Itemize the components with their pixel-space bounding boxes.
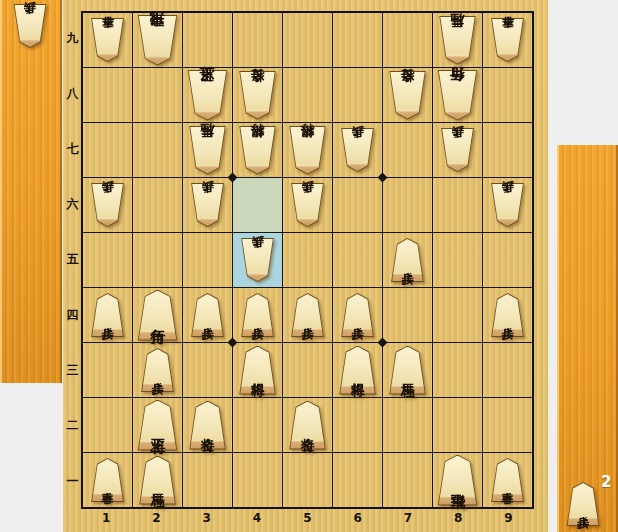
file-label-8: 8 [433, 510, 483, 526]
rank-label-八: 八 [63, 66, 82, 121]
piece-body [241, 238, 275, 282]
cell-3一[interactable] [183, 453, 232, 507]
piece-銀将[interactable]: 銀将 [239, 126, 277, 175]
piece-金将[interactable]: 金将 [389, 71, 427, 120]
cell-3七[interactable]: 桂馬 [183, 123, 232, 177]
board-grid[interactable]: 香車飛車桂馬香車玉将金将金将角行桂馬銀将銀将歩兵歩兵歩兵歩兵歩兵歩兵歩兵歩兵歩兵… [81, 11, 534, 509]
cell-2八[interactable] [133, 68, 182, 122]
cell-5八[interactable] [283, 68, 332, 122]
piece-歩兵[interactable]: 歩兵 [13, 4, 47, 48]
piece-歩兵[interactable]: 歩兵 [191, 293, 225, 337]
piece-body [91, 458, 125, 502]
cell-6七[interactable]: 歩兵 [333, 123, 382, 177]
cell-7九[interactable] [383, 13, 432, 67]
cell-6二[interactable] [333, 398, 382, 452]
piece-銀将[interactable]: 銀将 [289, 126, 327, 175]
piece-歩兵[interactable]: 歩兵 [566, 482, 600, 526]
shogi-board: 九八七六五四三二一 香車飛車桂馬香車玉将金将金将角行桂馬銀将銀将歩兵歩兵歩兵歩兵… [63, 0, 548, 532]
piece-body [13, 4, 47, 48]
file-label-1: 1 [81, 510, 131, 526]
cell-3三[interactable] [183, 343, 232, 397]
piece-body [341, 128, 375, 172]
rank-label-七: 七 [63, 122, 82, 177]
cell-2五[interactable] [133, 233, 182, 287]
rank-label-五: 五 [63, 232, 82, 287]
cell-5一[interactable] [283, 453, 332, 507]
cell-4一[interactable] [233, 453, 282, 507]
cell-7八[interactable]: 金将 [383, 68, 432, 122]
piece-香車[interactable]: 香車 [91, 18, 125, 62]
cell-4三[interactable]: 銀将 [233, 343, 282, 397]
cell-5三[interactable] [283, 343, 332, 397]
cell-7七[interactable] [383, 123, 432, 177]
piece-歩兵[interactable]: 歩兵 [491, 293, 525, 337]
cell-5九[interactable] [283, 13, 332, 67]
cell-9九[interactable]: 香車 [483, 13, 532, 67]
piece-body [141, 348, 175, 392]
piece-香車[interactable]: 香車 [491, 458, 525, 502]
piece-王将[interactable]: 王将 [137, 400, 178, 451]
cell-8七[interactable]: 歩兵 [433, 123, 482, 177]
piece-body [91, 183, 125, 227]
piece-桂馬[interactable]: 桂馬 [139, 456, 177, 505]
cell-1四[interactable]: 歩兵 [83, 288, 132, 342]
cell-7五[interactable]: 歩兵 [383, 233, 432, 287]
cell-8三[interactable] [433, 343, 482, 397]
cell-3四[interactable]: 歩兵 [183, 288, 232, 342]
cell-8六[interactable] [433, 178, 482, 232]
cell-5六[interactable]: 歩兵 [283, 178, 332, 232]
piece-body [491, 458, 525, 502]
cell-2七[interactable] [133, 123, 182, 177]
cell-9三[interactable] [483, 343, 532, 397]
cell-9六[interactable]: 歩兵 [483, 178, 532, 232]
piece-body [437, 455, 478, 506]
cell-6六[interactable] [333, 178, 382, 232]
piece-歩兵[interactable]: 歩兵 [191, 183, 225, 227]
cell-3六[interactable]: 歩兵 [183, 178, 232, 232]
cell-5五[interactable] [283, 233, 332, 287]
cell-1九[interactable]: 香車 [83, 13, 132, 67]
cell-5二[interactable]: 金将 [283, 398, 332, 452]
cell-9四[interactable]: 歩兵 [483, 288, 532, 342]
cell-3五[interactable] [183, 233, 232, 287]
cell-1六[interactable]: 歩兵 [83, 178, 132, 232]
cell-9五[interactable] [483, 233, 532, 287]
rank-label-三: 三 [63, 343, 82, 398]
piece-body [391, 238, 425, 282]
piece-body [389, 346, 427, 395]
cell-8五[interactable] [433, 233, 482, 287]
piece-body [91, 18, 125, 62]
piece-角行[interactable]: 角行 [137, 290, 178, 341]
cell-6九[interactable] [333, 13, 382, 67]
cell-4六[interactable] [233, 178, 282, 232]
piece-body [137, 290, 178, 341]
piece-金将[interactable]: 金将 [189, 401, 227, 450]
cell-8九[interactable]: 桂馬 [433, 13, 482, 67]
file-label-4: 4 [232, 510, 282, 526]
cell-5四[interactable]: 歩兵 [283, 288, 332, 342]
piece-歩兵[interactable]: 歩兵 [491, 183, 525, 227]
cell-2一[interactable]: 桂馬 [133, 453, 182, 507]
piece-body [341, 293, 375, 337]
rank-label-六: 六 [63, 177, 82, 232]
cell-6八[interactable] [333, 68, 382, 122]
cell-5七[interactable]: 銀将 [283, 123, 332, 177]
cell-1三[interactable] [83, 343, 132, 397]
piece-body [339, 346, 377, 395]
piece-body [189, 401, 227, 450]
cell-1二[interactable] [83, 398, 132, 452]
piece-body [291, 293, 325, 337]
cell-4七[interactable]: 銀将 [233, 123, 282, 177]
cell-9七[interactable] [483, 123, 532, 177]
cell-1一[interactable]: 香車 [83, 453, 132, 507]
cell-6三[interactable]: 銀将 [333, 343, 382, 397]
cell-6一[interactable] [333, 453, 382, 507]
cell-1五[interactable] [83, 233, 132, 287]
file-label-6: 6 [332, 510, 382, 526]
cell-8四[interactable] [433, 288, 482, 342]
piece-歩兵[interactable]: 歩兵 [291, 183, 325, 227]
cell-7三[interactable]: 桂馬 [383, 343, 432, 397]
file-label-2: 2 [131, 510, 181, 526]
piece-歩兵[interactable]: 歩兵 [341, 128, 375, 172]
cell-3八[interactable]: 玉将 [183, 68, 232, 122]
cell-2九[interactable]: 飛車 [133, 13, 182, 67]
rank-label-九: 九 [63, 11, 82, 66]
piece-歩兵[interactable]: 歩兵 [291, 293, 325, 337]
piece-body [566, 482, 600, 526]
cell-3九[interactable] [183, 13, 232, 67]
piece-角行[interactable]: 角行 [437, 70, 478, 121]
hand-count-label: 2 [601, 473, 611, 491]
cell-1七[interactable] [83, 123, 132, 177]
piece-body [191, 293, 225, 337]
cell-4四[interactable]: 歩兵 [233, 288, 282, 342]
piece-香車[interactable]: 香車 [491, 18, 525, 62]
piece-歩兵[interactable]: 歩兵 [391, 238, 425, 282]
cell-4二[interactable] [233, 398, 282, 452]
piece-body [241, 293, 275, 337]
piece-body [491, 293, 525, 337]
cell-9一[interactable]: 香車 [483, 453, 532, 507]
cell-1八[interactable] [83, 68, 132, 122]
cell-6四[interactable]: 歩兵 [333, 288, 382, 342]
rank-label-一: 一 [63, 454, 82, 509]
piece-body [139, 456, 177, 505]
piece-桂馬[interactable]: 桂馬 [189, 126, 227, 175]
piece-body [137, 400, 178, 451]
cell-4五[interactable]: 歩兵 [233, 233, 282, 287]
piece-body [91, 293, 125, 337]
cell-8一[interactable]: 飛車 [433, 453, 482, 507]
piece-body [187, 70, 228, 121]
cell-7六[interactable] [383, 178, 432, 232]
piece-歩兵[interactable]: 歩兵 [241, 238, 275, 282]
piece-body [291, 183, 325, 227]
piece-銀将[interactable]: 銀将 [339, 346, 377, 395]
piece-飛車[interactable]: 飛車 [137, 15, 178, 66]
piece-香車[interactable]: 香車 [91, 458, 125, 502]
cell-3二[interactable]: 金将 [183, 398, 232, 452]
rank-label-二: 二 [63, 398, 82, 453]
file-label-3: 3 [182, 510, 232, 526]
bottom-player-hand-stand: 2 歩兵 [557, 145, 618, 532]
cell-2六[interactable] [133, 178, 182, 232]
piece-金将[interactable]: 金将 [289, 401, 327, 450]
cell-6五[interactable] [333, 233, 382, 287]
piece-歩兵[interactable]: 歩兵 [241, 293, 275, 337]
file-label-9: 9 [483, 510, 533, 526]
piece-歩兵[interactable]: 歩兵 [341, 293, 375, 337]
piece-玉将[interactable]: 玉将 [187, 70, 228, 121]
cell-7一[interactable] [383, 453, 432, 507]
piece-body [239, 126, 277, 175]
piece-body [439, 16, 477, 65]
piece-body [191, 183, 225, 227]
cell-7四[interactable] [383, 288, 432, 342]
cell-8二[interactable] [433, 398, 482, 452]
cell-4八[interactable]: 金将 [233, 68, 282, 122]
piece-飛車[interactable]: 飛車 [437, 455, 478, 506]
file-label-7: 7 [383, 510, 433, 526]
piece-body [437, 70, 478, 121]
piece-銀将[interactable]: 銀将 [239, 346, 277, 395]
cell-8八[interactable]: 角行 [433, 68, 482, 122]
piece-body [289, 401, 327, 450]
piece-金将[interactable]: 金将 [239, 71, 277, 120]
piece-歩兵[interactable]: 歩兵 [141, 348, 175, 392]
cell-2四[interactable]: 角行 [133, 288, 182, 342]
file-label-5: 5 [282, 510, 332, 526]
top-player-hand-stand: 歩兵 [0, 0, 62, 383]
piece-body [389, 71, 427, 120]
piece-歩兵[interactable]: 歩兵 [91, 183, 125, 227]
cell-2二[interactable]: 王将 [133, 398, 182, 452]
piece-body [239, 346, 277, 395]
cell-9二[interactable] [483, 398, 532, 452]
piece-桂馬[interactable]: 桂馬 [439, 16, 477, 65]
piece-歩兵[interactable]: 歩兵 [91, 293, 125, 337]
piece-body [491, 183, 525, 227]
rank-label-四: 四 [63, 288, 82, 343]
piece-桂馬[interactable]: 桂馬 [389, 346, 427, 395]
file-labels: 123456789 [81, 510, 534, 526]
rank-labels: 九八七六五四三二一 [63, 11, 82, 509]
piece-body [137, 15, 178, 66]
cell-9八[interactable] [483, 68, 532, 122]
piece-body [189, 126, 227, 175]
piece-body [289, 126, 327, 175]
cell-2三[interactable]: 歩兵 [133, 343, 182, 397]
cell-4九[interactable] [233, 13, 282, 67]
piece-body [239, 71, 277, 120]
piece-body [441, 128, 475, 172]
piece-歩兵[interactable]: 歩兵 [441, 128, 475, 172]
piece-body [491, 18, 525, 62]
cell-7二[interactable] [383, 398, 432, 452]
